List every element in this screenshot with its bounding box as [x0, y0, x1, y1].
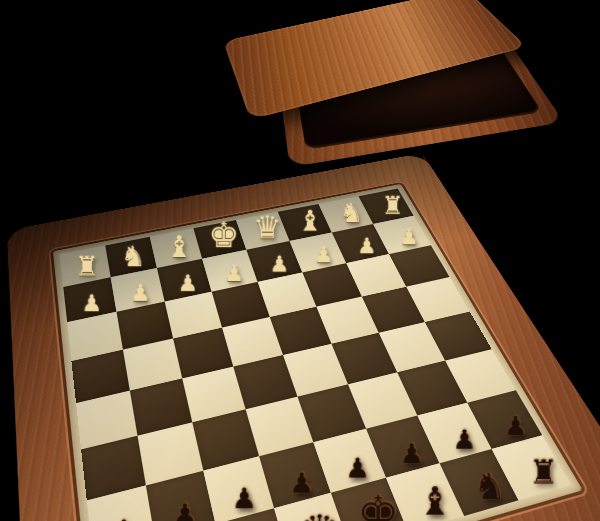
chess-board: ♜♞♝♚♛♝♞♜♟♟♟♟♟♟♟♟♟♟♟♟♟♟♟♟♜♞♝♛♚♝♞♜	[0, 0, 600, 521]
piece-black-rook[interactable]: ♜	[514, 456, 573, 489]
piece-white-pawn[interactable]: ♟	[344, 235, 389, 256]
piece-black-pawn[interactable]: ♟	[383, 440, 440, 467]
square-g5[interactable]	[130, 378, 192, 435]
piece-black-pawn[interactable]: ♟	[328, 455, 386, 482]
piece-white-bishop[interactable]: ♝	[156, 232, 202, 262]
piece-white-pawn[interactable]: ♟	[116, 282, 164, 305]
piece-black-pawn[interactable]: ♟	[272, 469, 331, 497]
piece-white-pawn[interactable]: ♟	[301, 244, 347, 266]
piece-white-pawn[interactable]: ♟	[164, 272, 212, 294]
piece-black-pawn[interactable]: ♟	[214, 485, 274, 513]
piece-white-rook[interactable]: ♜	[64, 254, 111, 281]
piece-white-pawn[interactable]: ♟	[256, 253, 302, 275]
piece-black-pawn[interactable]: ♟	[436, 427, 493, 454]
chess-set-photo: ♜♞♝♚♛♝♞♜♟♟♟♟♟♟♟♟♟♟♟♟♟♟♟♟♜♞♝♛♚♝♞♜	[0, 0, 600, 521]
piece-black-pawn[interactable]: ♟	[488, 413, 544, 439]
piece-white-pawn[interactable]: ♟	[387, 227, 432, 248]
piece-white-king[interactable]: ♚	[201, 218, 246, 253]
piece-black-pawn[interactable]: ♟	[93, 516, 155, 521]
piece-black-bishop[interactable]: ♝	[405, 481, 465, 520]
board-grid: ♜♞♝♚♛♝♞♜♟♟♟♟♟♟♟♟♟♟♟♟♟♟♟♟♜♞♝♛♚♝♞♜	[60, 189, 572, 521]
piece-white-pawn[interactable]: ♟	[67, 292, 116, 315]
piece-white-knight[interactable]: ♞	[110, 243, 156, 271]
square-f4[interactable]	[173, 328, 233, 379]
board-field-margin: ♜♞♝♚♛♝♞♜♟♟♟♟♟♟♟♟♟♟♟♟♟♟♟♟♜♞♝♛♚♝♞♜	[53, 184, 583, 521]
piece-black-knight[interactable]: ♞	[460, 469, 520, 505]
square-d5[interactable]	[283, 344, 348, 397]
square-a5[interactable]	[425, 312, 492, 361]
square-g2[interactable]: ♟	[111, 268, 165, 312]
piece-white-rook[interactable]: ♜	[371, 194, 414, 219]
square-g4[interactable]	[123, 338, 182, 390]
piece-white-queen[interactable]: ♛	[245, 212, 290, 243]
piece-black-queen[interactable]: ♛	[288, 510, 350, 521]
piece-white-knight[interactable]: ♞	[330, 200, 374, 227]
board-frame: ♜♞♝♚♛♝♞♜♟♟♟♟♟♟♟♟♟♟♟♟♟♟♟♟♜♞♝♛♚♝♞♜	[7, 153, 600, 521]
piece-black-pawn[interactable]: ♟	[154, 500, 215, 521]
piece-white-bishop[interactable]: ♝	[288, 206, 332, 235]
piece-black-king[interactable]: ♚	[347, 490, 408, 521]
piece-white-pawn[interactable]: ♟	[211, 263, 258, 285]
